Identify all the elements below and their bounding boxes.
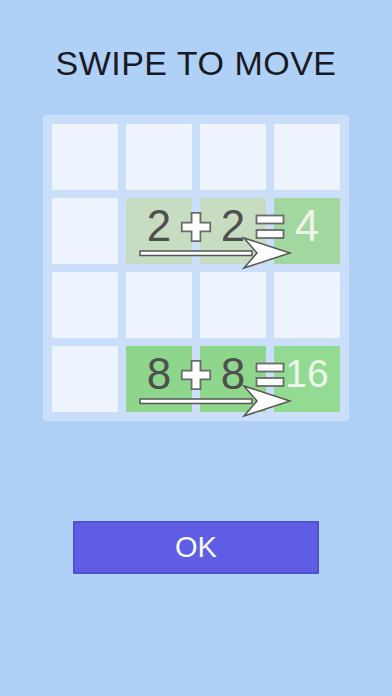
merge-arrow-right-icon	[138, 236, 294, 270]
board-cell	[52, 272, 118, 338]
board-cell	[274, 124, 340, 190]
board-cell	[52, 124, 118, 190]
ok-button[interactable]: OK	[73, 521, 319, 574]
board-cell	[200, 272, 266, 338]
page-title: SWIPE TO MOVE	[0, 44, 392, 83]
merge-arrow-right-icon	[138, 384, 294, 418]
board-cell	[126, 124, 192, 190]
board-cell	[274, 272, 340, 338]
game-board[interactable]: 2 2 4 8 8 16	[43, 115, 349, 421]
tutorial-screen: SWIPE TO MOVE 2 2 4 8 8 16	[0, 0, 392, 696]
board-cell	[126, 272, 192, 338]
board-cell	[52, 198, 118, 264]
board-cell	[52, 346, 118, 412]
tile-value: 4	[295, 201, 319, 251]
board-cell	[200, 124, 266, 190]
